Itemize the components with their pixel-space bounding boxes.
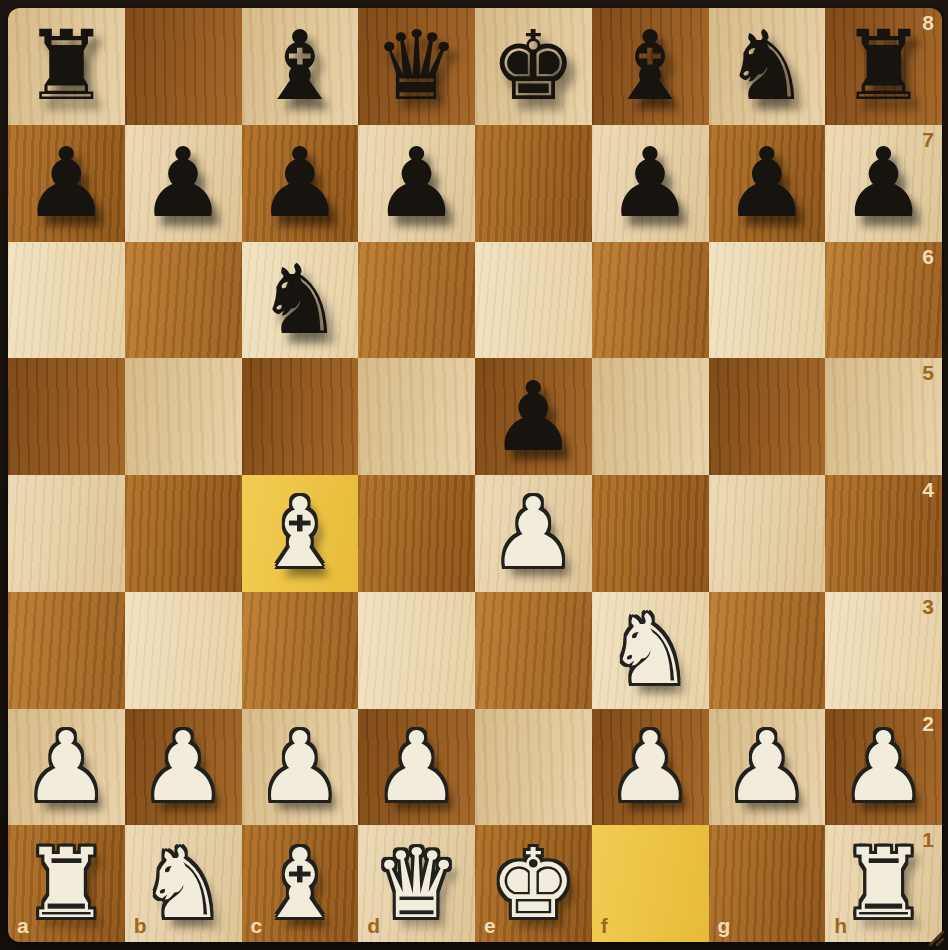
square-f5[interactable] [592, 358, 709, 475]
square-f1[interactable]: f [592, 825, 709, 942]
square-e1[interactable]: ♚e [475, 825, 592, 942]
black-queen[interactable]: ♛ [358, 8, 475, 125]
black-pawn[interactable]: ♟ [8, 125, 125, 242]
square-d4[interactable] [358, 475, 475, 592]
white-pawn[interactable]: ♟ [242, 709, 359, 826]
square-a1[interactable]: ♜a [8, 825, 125, 942]
square-a7[interactable]: ♟ [8, 125, 125, 242]
black-pawn[interactable]: ♟ [592, 125, 709, 242]
square-f8[interactable]: ♝ [592, 8, 709, 125]
black-pawn[interactable]: ♟ [358, 125, 475, 242]
square-e2[interactable] [475, 709, 592, 826]
rank-label-5: 5 [922, 361, 934, 385]
square-c3[interactable] [242, 592, 359, 709]
square-h3[interactable]: 3 [825, 592, 942, 709]
square-d5[interactable] [358, 358, 475, 475]
square-b4[interactable] [125, 475, 242, 592]
square-f2[interactable]: ♟ [592, 709, 709, 826]
square-g2[interactable]: ♟ [709, 709, 826, 826]
rank-label-3: 3 [922, 595, 934, 619]
square-b2[interactable]: ♟ [125, 709, 242, 826]
square-d6[interactable] [358, 242, 475, 359]
square-c2[interactable]: ♟ [242, 709, 359, 826]
square-e8[interactable]: ♚ [475, 8, 592, 125]
file-label-d: d [367, 914, 380, 938]
square-e5[interactable]: ♟ [475, 358, 592, 475]
square-h7[interactable]: ♟7 [825, 125, 942, 242]
square-b3[interactable] [125, 592, 242, 709]
white-pawn[interactable]: ♟ [709, 709, 826, 826]
rank-label-8: 8 [922, 11, 934, 35]
black-knight[interactable]: ♞ [242, 242, 359, 359]
resize-grip-icon[interactable] [923, 925, 945, 947]
square-g8[interactable]: ♞ [709, 8, 826, 125]
square-f3[interactable]: ♞ [592, 592, 709, 709]
square-a2[interactable]: ♟ [8, 709, 125, 826]
square-d2[interactable]: ♟ [358, 709, 475, 826]
square-b1[interactable]: ♞b [125, 825, 242, 942]
square-h4[interactable]: 4 [825, 475, 942, 592]
square-f7[interactable]: ♟ [592, 125, 709, 242]
square-g4[interactable] [709, 475, 826, 592]
white-bishop[interactable]: ♝ [242, 475, 359, 592]
square-a8[interactable]: ♜ [8, 8, 125, 125]
square-h6[interactable]: 6 [825, 242, 942, 359]
square-b8[interactable] [125, 8, 242, 125]
square-a5[interactable] [8, 358, 125, 475]
square-c4[interactable]: ♝ [242, 475, 359, 592]
white-pawn[interactable]: ♟ [358, 709, 475, 826]
square-h5[interactable]: 5 [825, 358, 942, 475]
file-label-c: c [251, 914, 263, 938]
square-c6[interactable]: ♞ [242, 242, 359, 359]
square-b5[interactable] [125, 358, 242, 475]
rank-label-4: 4 [922, 478, 934, 502]
file-label-a: a [17, 914, 29, 938]
square-h8[interactable]: ♜8 [825, 8, 942, 125]
square-c5[interactable] [242, 358, 359, 475]
black-pawn[interactable]: ♟ [242, 125, 359, 242]
rank-label-1: 1 [922, 828, 934, 852]
black-pawn[interactable]: ♟ [125, 125, 242, 242]
rank-label-6: 6 [922, 245, 934, 269]
white-knight[interactable]: ♞ [592, 592, 709, 709]
file-label-b: b [134, 914, 147, 938]
square-e4[interactable]: ♟ [475, 475, 592, 592]
square-a6[interactable] [8, 242, 125, 359]
black-rook[interactable]: ♜ [8, 8, 125, 125]
square-d3[interactable] [358, 592, 475, 709]
square-f4[interactable] [592, 475, 709, 592]
white-pawn[interactable]: ♟ [125, 709, 242, 826]
square-g1[interactable]: g [709, 825, 826, 942]
square-e3[interactable] [475, 592, 592, 709]
file-label-e: e [484, 914, 496, 938]
square-h2[interactable]: ♟2 [825, 709, 942, 826]
file-label-f: f [601, 914, 608, 938]
rank-label-7: 7 [922, 128, 934, 152]
chess-board[interactable]: ♜♝♛♚♝♞♜8♟♟♟♟♟♟♟7♞6♟5♝♟4♞3♟♟♟♟♟♟♟2♜a♞b♝c♛… [8, 8, 942, 942]
white-pawn[interactable]: ♟ [8, 709, 125, 826]
square-d8[interactable]: ♛ [358, 8, 475, 125]
file-label-h: h [834, 914, 847, 938]
square-c1[interactable]: ♝c [242, 825, 359, 942]
square-c7[interactable]: ♟ [242, 125, 359, 242]
square-f6[interactable] [592, 242, 709, 359]
square-e6[interactable] [475, 242, 592, 359]
board-frame: ♜♝♛♚♝♞♜8♟♟♟♟♟♟♟7♞6♟5♝♟4♞3♟♟♟♟♟♟♟2♜a♞b♝c♛… [0, 0, 948, 950]
white-pawn[interactable]: ♟ [475, 475, 592, 592]
square-g5[interactable] [709, 358, 826, 475]
square-b7[interactable]: ♟ [125, 125, 242, 242]
black-bishop[interactable]: ♝ [242, 8, 359, 125]
black-king[interactable]: ♚ [475, 8, 592, 125]
rank-label-2: 2 [922, 712, 934, 736]
square-a4[interactable] [8, 475, 125, 592]
square-g3[interactable] [709, 592, 826, 709]
square-g6[interactable] [709, 242, 826, 359]
square-a3[interactable] [8, 592, 125, 709]
square-d1[interactable]: ♛d [358, 825, 475, 942]
black-pawn[interactable]: ♟ [475, 358, 592, 475]
square-g7[interactable]: ♟ [709, 125, 826, 242]
file-label-g: g [718, 914, 731, 938]
square-e7[interactable] [475, 125, 592, 242]
black-knight[interactable]: ♞ [709, 8, 826, 125]
black-bishop[interactable]: ♝ [592, 8, 709, 125]
square-d7[interactable]: ♟ [358, 125, 475, 242]
square-c8[interactable]: ♝ [242, 8, 359, 125]
black-pawn[interactable]: ♟ [709, 125, 826, 242]
white-pawn[interactable]: ♟ [592, 709, 709, 826]
square-b6[interactable] [125, 242, 242, 359]
